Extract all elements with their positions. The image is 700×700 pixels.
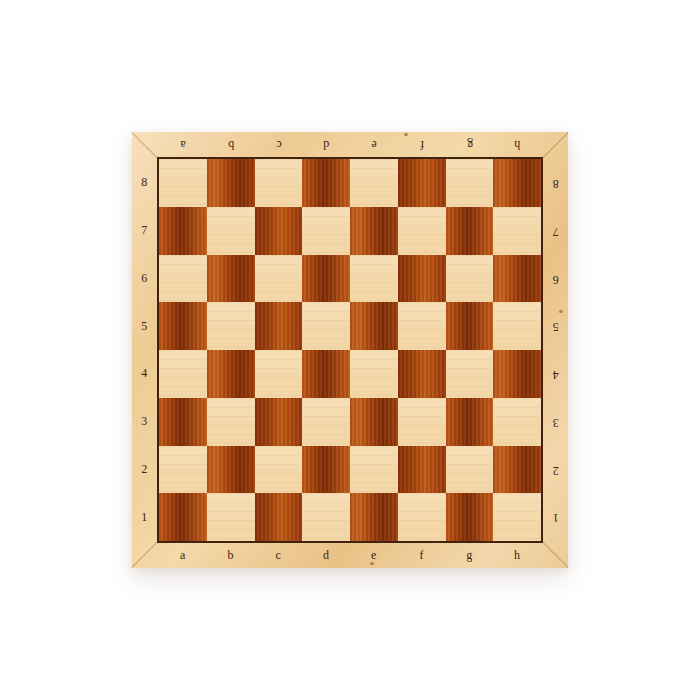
file-label-e-top: e xyxy=(350,132,398,157)
square-c6[interactable] xyxy=(255,255,303,303)
square-d6[interactable] xyxy=(302,255,350,303)
square-f6[interactable] xyxy=(398,255,446,303)
rank-labels-left: 87654321 xyxy=(132,159,157,541)
square-b5[interactable] xyxy=(207,302,255,350)
square-e4[interactable] xyxy=(350,350,398,398)
square-g2[interactable] xyxy=(446,446,494,494)
square-f5[interactable] xyxy=(398,302,446,350)
rank-label-2-left: 2 xyxy=(132,446,157,494)
square-b6[interactable] xyxy=(207,255,255,303)
square-a4[interactable] xyxy=(159,350,207,398)
square-b2[interactable] xyxy=(207,446,255,494)
square-b7[interactable] xyxy=(207,207,255,255)
rank-label-2-right: 2 xyxy=(543,446,568,494)
square-e3[interactable] xyxy=(350,398,398,446)
photo-background: abcdefgh abcdefgh 87654321 87654321 xyxy=(0,0,700,700)
rank-label-3-left: 3 xyxy=(132,398,157,446)
square-g5[interactable] xyxy=(446,302,494,350)
square-g8[interactable] xyxy=(446,159,494,207)
square-a5[interactable] xyxy=(159,302,207,350)
square-c3[interactable] xyxy=(255,398,303,446)
rank-labels-right: 87654321 xyxy=(543,159,568,541)
square-f1[interactable] xyxy=(398,493,446,541)
square-d1[interactable] xyxy=(302,493,350,541)
square-b8[interactable] xyxy=(207,159,255,207)
rank-label-8-right: 8 xyxy=(543,159,568,207)
square-d5[interactable] xyxy=(302,302,350,350)
square-g1[interactable] xyxy=(446,493,494,541)
square-e1[interactable] xyxy=(350,493,398,541)
square-g6[interactable] xyxy=(446,255,494,303)
square-d8[interactable] xyxy=(302,159,350,207)
square-b3[interactable] xyxy=(207,398,255,446)
file-label-c-bottom: c xyxy=(255,543,303,568)
file-labels-top: abcdefgh xyxy=(159,132,541,157)
file-label-d-bottom: d xyxy=(302,543,350,568)
square-g3[interactable] xyxy=(446,398,494,446)
square-b4[interactable] xyxy=(207,350,255,398)
file-label-f-top: f xyxy=(398,132,446,157)
rank-label-6-left: 6 xyxy=(132,255,157,303)
square-e6[interactable] xyxy=(350,255,398,303)
square-b1[interactable] xyxy=(207,493,255,541)
square-c5[interactable] xyxy=(255,302,303,350)
square-e8[interactable] xyxy=(350,159,398,207)
rank-label-1-left: 1 xyxy=(132,493,157,541)
square-c4[interactable] xyxy=(255,350,303,398)
file-label-g-top: g xyxy=(446,132,494,157)
file-label-a-top: a xyxy=(159,132,207,157)
square-a7[interactable] xyxy=(159,207,207,255)
square-h1[interactable] xyxy=(493,493,541,541)
square-c8[interactable] xyxy=(255,159,303,207)
square-f7[interactable] xyxy=(398,207,446,255)
rank-label-7-right: 7 xyxy=(543,207,568,255)
frame-miter-bottom-left xyxy=(131,540,159,568)
square-h8[interactable] xyxy=(493,159,541,207)
square-d4[interactable] xyxy=(302,350,350,398)
square-e5[interactable] xyxy=(350,302,398,350)
square-h5[interactable] xyxy=(493,302,541,350)
rank-label-7-left: 7 xyxy=(132,207,157,255)
square-d2[interactable] xyxy=(302,446,350,494)
square-d7[interactable] xyxy=(302,207,350,255)
rank-label-6-right: 6 xyxy=(543,255,568,303)
rank-label-4-left: 4 xyxy=(132,350,157,398)
rank-label-5-right: 5 xyxy=(543,302,568,350)
square-h3[interactable] xyxy=(493,398,541,446)
frame-miter-bottom-right xyxy=(540,540,568,568)
file-label-c-top: c xyxy=(255,132,303,157)
square-f3[interactable] xyxy=(398,398,446,446)
file-label-d-top: d xyxy=(302,132,350,157)
square-g4[interactable] xyxy=(446,350,494,398)
square-h4[interactable] xyxy=(493,350,541,398)
file-label-h-top: h xyxy=(493,132,541,157)
frame-miter-top-left xyxy=(131,132,159,160)
square-a6[interactable] xyxy=(159,255,207,303)
rank-label-8-left: 8 xyxy=(132,159,157,207)
square-g7[interactable] xyxy=(446,207,494,255)
rank-label-3-right: 3 xyxy=(543,398,568,446)
file-label-h-bottom: h xyxy=(493,543,541,568)
square-a1[interactable] xyxy=(159,493,207,541)
square-h7[interactable] xyxy=(493,207,541,255)
file-label-e-bottom: e xyxy=(350,543,398,568)
rank-label-4-right: 4 xyxy=(543,350,568,398)
frame-miter-top-right xyxy=(540,132,568,160)
square-f8[interactable] xyxy=(398,159,446,207)
chess-board: abcdefgh abcdefgh 87654321 87654321 xyxy=(132,132,568,568)
square-c1[interactable] xyxy=(255,493,303,541)
rank-label-1-right: 1 xyxy=(543,493,568,541)
board-grid xyxy=(159,159,541,541)
file-label-f-bottom: f xyxy=(398,543,446,568)
square-f4[interactable] xyxy=(398,350,446,398)
square-a2[interactable] xyxy=(159,446,207,494)
square-h2[interactable] xyxy=(493,446,541,494)
square-a3[interactable] xyxy=(159,398,207,446)
board-inlay-border xyxy=(157,157,543,543)
square-f2[interactable] xyxy=(398,446,446,494)
square-e7[interactable] xyxy=(350,207,398,255)
square-h6[interactable] xyxy=(493,255,541,303)
square-c2[interactable] xyxy=(255,446,303,494)
square-c7[interactable] xyxy=(255,207,303,255)
file-label-b-top: b xyxy=(207,132,255,157)
square-e2[interactable] xyxy=(350,446,398,494)
file-label-b-bottom: b xyxy=(207,543,255,568)
file-label-g-bottom: g xyxy=(446,543,494,568)
square-a8[interactable] xyxy=(159,159,207,207)
file-labels-bottom: abcdefgh xyxy=(159,543,541,568)
square-d3[interactable] xyxy=(302,398,350,446)
file-label-a-bottom: a xyxy=(159,543,207,568)
rank-label-5-left: 5 xyxy=(132,302,157,350)
